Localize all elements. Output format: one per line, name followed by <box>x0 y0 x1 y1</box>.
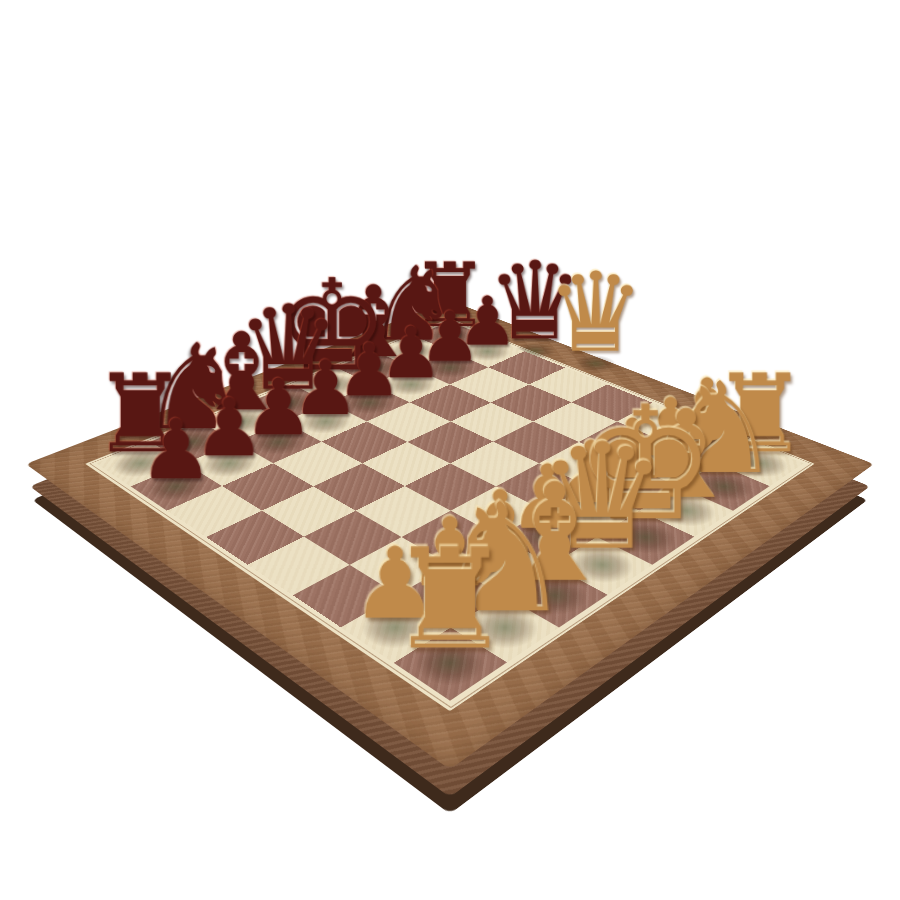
scene: ♜♞♝♛♚♝♞♜♟♟♟♟♟♟♟♟♟♟♟♟♟♟♟♟♜♞♝♛♚♝♞♜ ♛♛ <box>0 0 900 900</box>
piece-dark-pawn[interactable]: ♟ <box>139 408 213 491</box>
spare-light-queen[interactable]: ♛ <box>546 258 644 368</box>
chess-board: ♜♞♝♛♚♝♞♜♟♟♟♟♟♟♟♟♟♟♟♟♟♟♟♟♜♞♝♛♚♝♞♜ ♛♛ <box>26 300 875 769</box>
piece-light-rook[interactable]: ♜ <box>388 530 512 669</box>
board-grid: ♜♞♝♛♚♝♞♜♟♟♟♟♟♟♟♟♟♟♟♟♟♟♟♟♜♞♝♛♚♝♞♜ <box>96 321 803 700</box>
